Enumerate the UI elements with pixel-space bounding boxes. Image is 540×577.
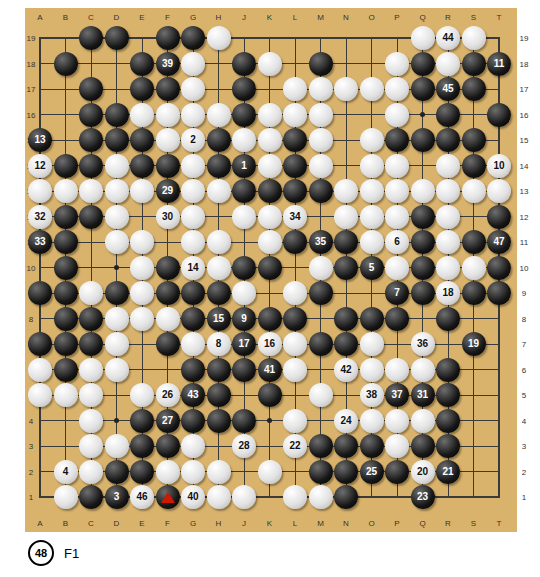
stone-M3[interactable] bbox=[309, 434, 333, 458]
stone-O5[interactable]: 38 bbox=[360, 383, 384, 407]
stone-R16[interactable] bbox=[436, 103, 460, 127]
stone-H1[interactable] bbox=[207, 485, 231, 509]
stone-F19[interactable] bbox=[156, 26, 180, 50]
stone-D11[interactable] bbox=[105, 230, 129, 254]
stone-E17[interactable] bbox=[130, 77, 154, 101]
column-label: G bbox=[190, 13, 196, 22]
stone-H15[interactable] bbox=[207, 128, 231, 152]
move-number: 40 bbox=[187, 492, 198, 502]
stone-T16[interactable] bbox=[487, 103, 511, 127]
stone-E8[interactable] bbox=[130, 307, 154, 331]
row-label: 1 bbox=[29, 493, 33, 502]
row-label: 11 bbox=[520, 238, 528, 247]
stone-B9[interactable] bbox=[54, 281, 78, 305]
stone-S17[interactable] bbox=[462, 77, 486, 101]
stone-G17[interactable] bbox=[181, 77, 205, 101]
stone-M2[interactable] bbox=[309, 460, 333, 484]
column-label: P bbox=[394, 519, 399, 528]
stone-G10[interactable]: 14 bbox=[181, 256, 205, 280]
stone-A11[interactable]: 33 bbox=[28, 230, 52, 254]
stone-J18[interactable] bbox=[232, 52, 256, 76]
stone-J10[interactable] bbox=[232, 256, 256, 280]
stone-G9[interactable] bbox=[181, 281, 205, 305]
stone-A15[interactable]: 13 bbox=[28, 128, 52, 152]
stone-L6[interactable] bbox=[283, 358, 307, 382]
stone-C6[interactable] bbox=[79, 358, 103, 382]
stone-P5[interactable]: 37 bbox=[385, 383, 409, 407]
stone-G15[interactable]: 2 bbox=[181, 128, 205, 152]
stone-N11[interactable] bbox=[334, 230, 358, 254]
stone-M16[interactable] bbox=[309, 103, 333, 127]
stone-Q1[interactable]: 23 bbox=[411, 485, 435, 509]
stone-H13[interactable] bbox=[207, 179, 231, 203]
stone-Q13[interactable] bbox=[411, 179, 435, 203]
stone-T12[interactable] bbox=[487, 205, 511, 229]
stone-T11[interactable]: 47 bbox=[487, 230, 511, 254]
stone-B14[interactable] bbox=[54, 154, 78, 178]
stone-Q5[interactable]: 31 bbox=[411, 383, 435, 407]
stone-K14[interactable] bbox=[258, 154, 282, 178]
move-number: 30 bbox=[162, 212, 173, 222]
stone-O4[interactable] bbox=[360, 409, 384, 433]
stone-N13[interactable] bbox=[334, 179, 358, 203]
stone-F1[interactable] bbox=[156, 485, 180, 509]
column-label: S bbox=[471, 13, 476, 22]
stone-B7[interactable] bbox=[54, 332, 78, 356]
stone-D7[interactable] bbox=[105, 332, 129, 356]
stone-C4[interactable] bbox=[79, 409, 103, 433]
stone-P13[interactable] bbox=[385, 179, 409, 203]
stone-E5[interactable] bbox=[130, 383, 154, 407]
stone-F13[interactable]: 29 bbox=[156, 179, 180, 203]
stone-C5[interactable] bbox=[79, 383, 103, 407]
stone-E11[interactable] bbox=[130, 230, 154, 254]
stone-L13[interactable] bbox=[283, 179, 307, 203]
stone-J3[interactable]: 28 bbox=[232, 434, 256, 458]
stone-E9[interactable] bbox=[130, 281, 154, 305]
stone-H19[interactable] bbox=[207, 26, 231, 50]
stone-S13[interactable] bbox=[462, 179, 486, 203]
move-number: 1 bbox=[241, 161, 247, 171]
stone-K5[interactable] bbox=[258, 383, 282, 407]
stone-P14[interactable] bbox=[385, 154, 409, 178]
move-number: 31 bbox=[417, 390, 428, 400]
stone-B1[interactable] bbox=[54, 485, 78, 509]
stone-G3[interactable] bbox=[181, 434, 205, 458]
stone-O13[interactable] bbox=[360, 179, 384, 203]
stone-K15[interactable] bbox=[258, 128, 282, 152]
stone-E15[interactable] bbox=[130, 128, 154, 152]
stone-F3[interactable] bbox=[156, 434, 180, 458]
move-number: 26 bbox=[162, 390, 173, 400]
stone-B2[interactable]: 4 bbox=[54, 460, 78, 484]
stone-F5[interactable]: 26 bbox=[156, 383, 180, 407]
stone-G2[interactable] bbox=[181, 460, 205, 484]
stone-F7[interactable] bbox=[156, 332, 180, 356]
stone-M10[interactable] bbox=[309, 256, 333, 280]
stone-N4[interactable]: 24 bbox=[334, 409, 358, 433]
stone-O10[interactable]: 5 bbox=[360, 256, 384, 280]
stone-K11[interactable] bbox=[258, 230, 282, 254]
stone-R3[interactable] bbox=[436, 434, 460, 458]
stone-G12[interactable] bbox=[181, 205, 205, 229]
stone-C2[interactable] bbox=[79, 460, 103, 484]
stone-H10[interactable] bbox=[207, 256, 231, 280]
stone-L7[interactable] bbox=[283, 332, 307, 356]
stone-O6[interactable] bbox=[360, 358, 384, 382]
stone-R15[interactable] bbox=[436, 128, 460, 152]
stone-F2[interactable] bbox=[156, 460, 180, 484]
stone-L9[interactable] bbox=[283, 281, 307, 305]
stone-A5[interactable] bbox=[28, 383, 52, 407]
stone-P11[interactable]: 6 bbox=[385, 230, 409, 254]
stone-G19[interactable] bbox=[181, 26, 205, 50]
column-label: A bbox=[37, 519, 42, 528]
stone-Q19[interactable] bbox=[411, 26, 435, 50]
stone-Q6[interactable] bbox=[411, 358, 435, 382]
row-label: 8 bbox=[522, 314, 526, 323]
stone-E13[interactable] bbox=[130, 179, 154, 203]
stone-O2[interactable]: 25 bbox=[360, 460, 384, 484]
stone-S9[interactable] bbox=[462, 281, 486, 305]
stone-D15[interactable] bbox=[105, 128, 129, 152]
stone-P16[interactable] bbox=[385, 103, 409, 127]
stone-D19[interactable] bbox=[105, 26, 129, 50]
row-label: 19 bbox=[27, 34, 36, 43]
stone-J14[interactable]: 1 bbox=[232, 154, 256, 178]
stone-K16[interactable] bbox=[258, 103, 282, 127]
stone-Q10[interactable] bbox=[411, 256, 435, 280]
stone-K6[interactable]: 41 bbox=[258, 358, 282, 382]
stone-R12[interactable] bbox=[436, 205, 460, 229]
stone-R4[interactable] bbox=[436, 409, 460, 433]
move-number: 35 bbox=[315, 237, 326, 247]
stone-R13[interactable] bbox=[436, 179, 460, 203]
column-label: M bbox=[317, 13, 324, 22]
stone-R8[interactable] bbox=[436, 307, 460, 331]
stone-Q17[interactable] bbox=[411, 77, 435, 101]
stone-H16[interactable] bbox=[207, 103, 231, 127]
stone-T18[interactable]: 11 bbox=[487, 52, 511, 76]
stone-R6[interactable] bbox=[436, 358, 460, 382]
stone-K12[interactable] bbox=[258, 205, 282, 229]
stone-K10[interactable] bbox=[258, 256, 282, 280]
stone-B5[interactable] bbox=[54, 383, 78, 407]
stone-L1[interactable] bbox=[283, 485, 307, 509]
stone-D3[interactable] bbox=[105, 434, 129, 458]
stone-G16[interactable] bbox=[181, 103, 205, 127]
stone-D16[interactable] bbox=[105, 103, 129, 127]
stone-O15[interactable] bbox=[360, 128, 384, 152]
stone-H14[interactable] bbox=[207, 154, 231, 178]
stone-F10[interactable] bbox=[156, 256, 180, 280]
stone-G18[interactable] bbox=[181, 52, 205, 76]
stone-E2[interactable] bbox=[130, 460, 154, 484]
stone-P2[interactable] bbox=[385, 460, 409, 484]
stone-C19[interactable] bbox=[79, 26, 103, 50]
stone-Q4[interactable] bbox=[411, 409, 435, 433]
stone-R18[interactable] bbox=[436, 52, 460, 76]
stone-K13[interactable] bbox=[258, 179, 282, 203]
stone-G13[interactable] bbox=[181, 179, 205, 203]
stone-T14[interactable]: 10 bbox=[487, 154, 511, 178]
stone-R11[interactable] bbox=[436, 230, 460, 254]
stone-B10[interactable] bbox=[54, 256, 78, 280]
stone-A6[interactable] bbox=[28, 358, 52, 382]
stone-C9[interactable] bbox=[79, 281, 103, 305]
stone-N6[interactable]: 42 bbox=[334, 358, 358, 382]
stone-R9[interactable]: 18 bbox=[436, 281, 460, 305]
stone-Q9[interactable] bbox=[411, 281, 435, 305]
stone-R5[interactable] bbox=[436, 383, 460, 407]
stone-N12[interactable] bbox=[334, 205, 358, 229]
stone-C8[interactable] bbox=[79, 307, 103, 331]
stone-S19[interactable] bbox=[462, 26, 486, 50]
stone-J4[interactable] bbox=[232, 409, 256, 433]
column-label: M bbox=[317, 519, 324, 528]
move-number: 39 bbox=[162, 59, 173, 69]
stone-B6[interactable] bbox=[54, 358, 78, 382]
stone-O17[interactable] bbox=[360, 77, 384, 101]
stone-N17[interactable] bbox=[334, 77, 358, 101]
stone-P8[interactable] bbox=[385, 307, 409, 331]
stone-D14[interactable] bbox=[105, 154, 129, 178]
stone-C17[interactable] bbox=[79, 77, 103, 101]
stone-N1[interactable] bbox=[334, 485, 358, 509]
stone-C15[interactable] bbox=[79, 128, 103, 152]
stone-F15[interactable] bbox=[156, 128, 180, 152]
stone-E4[interactable] bbox=[130, 409, 154, 433]
stone-O12[interactable] bbox=[360, 205, 384, 229]
stone-M1[interactable] bbox=[309, 485, 333, 509]
stone-O8[interactable] bbox=[360, 307, 384, 331]
stone-C16[interactable] bbox=[79, 103, 103, 127]
stone-M7[interactable] bbox=[309, 332, 333, 356]
stone-H9[interactable] bbox=[207, 281, 231, 305]
stone-H4[interactable] bbox=[207, 409, 231, 433]
stone-F17[interactable] bbox=[156, 77, 180, 101]
stone-M5[interactable] bbox=[309, 383, 333, 407]
stone-G8[interactable] bbox=[181, 307, 205, 331]
stone-O7[interactable] bbox=[360, 332, 384, 356]
stone-F14[interactable] bbox=[156, 154, 180, 178]
stone-H7[interactable]: 8 bbox=[207, 332, 231, 356]
stone-L16[interactable] bbox=[283, 103, 307, 127]
stone-R10[interactable] bbox=[436, 256, 460, 280]
stone-G6[interactable] bbox=[181, 358, 205, 382]
stone-Q2[interactable]: 20 bbox=[411, 460, 435, 484]
stone-M11[interactable]: 35 bbox=[309, 230, 333, 254]
row-label: 8 bbox=[29, 314, 33, 323]
stone-M18[interactable] bbox=[309, 52, 333, 76]
stone-L3[interactable]: 22 bbox=[283, 434, 307, 458]
stone-J13[interactable] bbox=[232, 179, 256, 203]
stone-O11[interactable] bbox=[360, 230, 384, 254]
stone-S14[interactable] bbox=[462, 154, 486, 178]
stone-P10[interactable] bbox=[385, 256, 409, 280]
stone-H5[interactable] bbox=[207, 383, 231, 407]
stone-J8[interactable]: 9 bbox=[232, 307, 256, 331]
column-label: J bbox=[242, 519, 246, 528]
row-label: 3 bbox=[29, 442, 33, 451]
stone-G7[interactable] bbox=[181, 332, 205, 356]
stone-E10[interactable] bbox=[130, 256, 154, 280]
stone-S11[interactable] bbox=[462, 230, 486, 254]
move-number: 14 bbox=[187, 263, 198, 273]
stone-C1[interactable] bbox=[79, 485, 103, 509]
stone-G4[interactable] bbox=[181, 409, 205, 433]
stone-P6[interactable] bbox=[385, 358, 409, 382]
stone-P9[interactable]: 7 bbox=[385, 281, 409, 305]
stone-J1[interactable] bbox=[232, 485, 256, 509]
stone-K7[interactable]: 16 bbox=[258, 332, 282, 356]
stone-D9[interactable] bbox=[105, 281, 129, 305]
stone-N10[interactable] bbox=[334, 256, 358, 280]
stone-Q11[interactable] bbox=[411, 230, 435, 254]
stone-C3[interactable] bbox=[79, 434, 103, 458]
stone-H6[interactable] bbox=[207, 358, 231, 382]
row-label: 10 bbox=[520, 263, 529, 272]
stone-F9[interactable] bbox=[156, 281, 180, 305]
stone-M9[interactable] bbox=[309, 281, 333, 305]
stone-D12[interactable] bbox=[105, 205, 129, 229]
column-label: K bbox=[267, 519, 272, 528]
stone-B18[interactable] bbox=[54, 52, 78, 76]
stone-A12[interactable]: 32 bbox=[28, 205, 52, 229]
stone-L11[interactable] bbox=[283, 230, 307, 254]
stone-L14[interactable] bbox=[283, 154, 307, 178]
stone-A14[interactable]: 12 bbox=[28, 154, 52, 178]
stone-B13[interactable] bbox=[54, 179, 78, 203]
stone-E14[interactable] bbox=[130, 154, 154, 178]
stone-J16[interactable] bbox=[232, 103, 256, 127]
stone-P4[interactable] bbox=[385, 409, 409, 433]
stone-O14[interactable] bbox=[360, 154, 384, 178]
stone-J6[interactable] bbox=[232, 358, 256, 382]
stone-Q7[interactable]: 36 bbox=[411, 332, 435, 356]
stone-E1[interactable]: 46 bbox=[130, 485, 154, 509]
stone-O3[interactable] bbox=[360, 434, 384, 458]
stone-M13[interactable] bbox=[309, 179, 333, 203]
stone-R19[interactable]: 44 bbox=[436, 26, 460, 50]
move-number: 34 bbox=[289, 212, 300, 222]
column-label: H bbox=[216, 13, 222, 22]
stone-L4[interactable] bbox=[283, 409, 307, 433]
stone-E18[interactable] bbox=[130, 52, 154, 76]
stone-H2[interactable] bbox=[207, 460, 231, 484]
move-number: 20 bbox=[417, 467, 428, 477]
stone-D8[interactable] bbox=[105, 307, 129, 331]
stone-A9[interactable] bbox=[28, 281, 52, 305]
stone-C7[interactable] bbox=[79, 332, 103, 356]
stone-C12[interactable] bbox=[79, 205, 103, 229]
stone-Q12[interactable] bbox=[411, 205, 435, 229]
stone-E16[interactable] bbox=[130, 103, 154, 127]
stone-F4[interactable]: 27 bbox=[156, 409, 180, 433]
stone-M14[interactable] bbox=[309, 154, 333, 178]
stone-T13[interactable] bbox=[487, 179, 511, 203]
move-number: 41 bbox=[264, 365, 275, 375]
stone-H11[interactable] bbox=[207, 230, 231, 254]
stone-E3[interactable] bbox=[130, 434, 154, 458]
stone-B8[interactable] bbox=[54, 307, 78, 331]
stone-M17[interactable] bbox=[309, 77, 333, 101]
stone-J15[interactable] bbox=[232, 128, 256, 152]
stone-D1[interactable]: 3 bbox=[105, 485, 129, 509]
stone-P17[interactable] bbox=[385, 77, 409, 101]
column-label: P bbox=[394, 13, 399, 22]
stone-K2[interactable] bbox=[258, 460, 282, 484]
stone-G14[interactable] bbox=[181, 154, 205, 178]
stone-L12[interactable]: 34 bbox=[283, 205, 307, 229]
move-number: 24 bbox=[340, 416, 351, 426]
stone-H8[interactable]: 15 bbox=[207, 307, 231, 331]
stone-Q18[interactable] bbox=[411, 52, 435, 76]
stone-G1[interactable]: 40 bbox=[181, 485, 205, 509]
stone-L17[interactable] bbox=[283, 77, 307, 101]
stone-F18[interactable]: 39 bbox=[156, 52, 180, 76]
stone-K18[interactable] bbox=[258, 52, 282, 76]
stone-J12[interactable] bbox=[232, 205, 256, 229]
stone-D6[interactable] bbox=[105, 358, 129, 382]
stone-N7[interactable] bbox=[334, 332, 358, 356]
stone-A7[interactable] bbox=[28, 332, 52, 356]
stone-C14[interactable] bbox=[79, 154, 103, 178]
stone-R17[interactable]: 45 bbox=[436, 77, 460, 101]
stone-S18[interactable] bbox=[462, 52, 486, 76]
stone-F16[interactable] bbox=[156, 103, 180, 127]
stone-Q3[interactable] bbox=[411, 434, 435, 458]
stone-S7[interactable]: 19 bbox=[462, 332, 486, 356]
stone-L15[interactable] bbox=[283, 128, 307, 152]
stone-R2[interactable]: 21 bbox=[436, 460, 460, 484]
row-label: 4 bbox=[29, 416, 33, 425]
stone-C13[interactable] bbox=[79, 179, 103, 203]
stone-D13[interactable] bbox=[105, 179, 129, 203]
stone-B11[interactable] bbox=[54, 230, 78, 254]
row-label: 17 bbox=[520, 85, 529, 94]
row-label: 2 bbox=[522, 467, 526, 476]
stone-G5[interactable]: 43 bbox=[181, 383, 205, 407]
stone-K8[interactable] bbox=[258, 307, 282, 331]
stone-J7[interactable]: 17 bbox=[232, 332, 256, 356]
stone-A13[interactable] bbox=[28, 179, 52, 203]
stone-S15[interactable] bbox=[462, 128, 486, 152]
stone-N3[interactable] bbox=[334, 434, 358, 458]
stone-P18[interactable] bbox=[385, 52, 409, 76]
stone-M15[interactable] bbox=[309, 128, 333, 152]
stone-J17[interactable] bbox=[232, 77, 256, 101]
stone-Q15[interactable] bbox=[411, 128, 435, 152]
stone-S10[interactable] bbox=[462, 256, 486, 280]
stone-D2[interactable] bbox=[105, 460, 129, 484]
stone-P3[interactable] bbox=[385, 434, 409, 458]
stone-P15[interactable] bbox=[385, 128, 409, 152]
stone-R14[interactable] bbox=[436, 154, 460, 178]
stone-G11[interactable] bbox=[181, 230, 205, 254]
stone-N2[interactable] bbox=[334, 460, 358, 484]
stone-T10[interactable] bbox=[487, 256, 511, 280]
column-label: B bbox=[63, 13, 68, 22]
stone-J9[interactable] bbox=[232, 281, 256, 305]
stone-L8[interactable] bbox=[283, 307, 307, 331]
stone-N8[interactable] bbox=[334, 307, 358, 331]
stone-P12[interactable] bbox=[385, 205, 409, 229]
stone-T9[interactable] bbox=[487, 281, 511, 305]
stone-F12[interactable]: 30 bbox=[156, 205, 180, 229]
stone-F8[interactable] bbox=[156, 307, 180, 331]
stone-B12[interactable] bbox=[54, 205, 78, 229]
